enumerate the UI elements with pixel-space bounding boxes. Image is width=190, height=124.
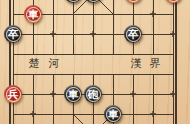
piece-glyph: 車 <box>68 89 79 100</box>
piece-black-cannon[interactable]: 砲 <box>84 85 102 103</box>
piece-black-unknown[interactable] <box>84 0 102 3</box>
piece-black-chariot[interactable]: 車 <box>104 105 122 123</box>
piece-black-soldier[interactable]: 卒 <box>124 25 142 43</box>
piece-glyph: 車 <box>108 109 119 120</box>
piece-black-soldier[interactable]: 卒 <box>4 25 22 43</box>
xiangqi-board[interactable]: 楚 河 漢 界 車卒卒兵車砲車 <box>0 0 190 124</box>
piece-glyph: 兵 <box>8 89 19 100</box>
piece-red-chariot[interactable]: 車 <box>24 5 42 23</box>
river-label-chu: 楚 <box>29 58 40 69</box>
piece-glyph: 砲 <box>88 89 99 100</box>
river-label-he: 河 <box>49 58 60 69</box>
piece-red-soldier[interactable]: 兵 <box>4 85 22 103</box>
piece-glyph: 卒 <box>128 29 139 40</box>
piece-glyph: 車 <box>28 9 39 20</box>
river-label-han: 漢 <box>131 58 142 69</box>
piece-glyph: 卒 <box>8 29 19 40</box>
piece-black-unknown[interactable] <box>64 0 82 3</box>
piece-red-unknown[interactable] <box>164 0 182 3</box>
piece-red-unknown[interactable] <box>124 0 142 3</box>
river-label-jie: 界 <box>150 58 161 69</box>
piece-black-chariot[interactable]: 車 <box>64 85 82 103</box>
